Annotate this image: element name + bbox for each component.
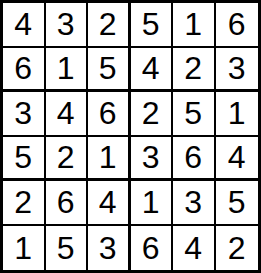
cell-r1c5[interactable]: 1	[173, 3, 216, 48]
cell-r6c1[interactable]: 1	[3, 226, 46, 271]
cell-r3c4[interactable]: 2	[131, 92, 174, 137]
cell-r3c3[interactable]: 6	[88, 92, 131, 137]
cell-r4c1[interactable]: 5	[3, 137, 46, 182]
cell-r1c1[interactable]: 4	[3, 3, 46, 48]
cell-r5c5[interactable]: 3	[173, 181, 216, 226]
cell-r5c1[interactable]: 2	[3, 181, 46, 226]
digit: 2	[99, 8, 117, 40]
cell-r3c5[interactable]: 5	[173, 92, 216, 137]
digit: 5	[228, 186, 246, 218]
digit: 1	[184, 8, 202, 40]
cell-r3c1[interactable]: 3	[3, 92, 46, 137]
digit: 4	[99, 186, 117, 218]
digit: 5	[184, 97, 202, 129]
digit: 3	[228, 52, 246, 84]
digit: 4	[184, 232, 202, 264]
cell-r3c6[interactable]: 1	[216, 92, 259, 137]
cell-r5c2[interactable]: 6	[46, 181, 89, 226]
digit: 6	[57, 186, 75, 218]
digit: 5	[99, 52, 117, 84]
digit: 4	[14, 8, 32, 40]
cell-r2c5[interactable]: 2	[173, 48, 216, 93]
cell-r1c4[interactable]: 5	[131, 3, 174, 48]
digit: 2	[57, 141, 75, 173]
cell-r4c3[interactable]: 1	[88, 137, 131, 182]
digit: 4	[57, 97, 75, 129]
digit: 1	[228, 97, 246, 129]
sudoku-board: 432516615423346251521364264135153642	[0, 0, 261, 273]
cell-r5c4[interactable]: 1	[131, 181, 174, 226]
digit: 1	[14, 232, 32, 264]
digit: 6	[14, 52, 32, 84]
digit: 6	[184, 141, 202, 173]
digit: 6	[228, 8, 246, 40]
digit: 4	[228, 141, 246, 173]
digit: 6	[99, 97, 117, 129]
cell-r2c2[interactable]: 1	[46, 48, 89, 93]
cell-r6c3[interactable]: 3	[88, 226, 131, 271]
digit: 2	[14, 186, 32, 218]
cell-r4c5[interactable]: 6	[173, 137, 216, 182]
digit: 2	[228, 232, 246, 264]
cell-r1c3[interactable]: 2	[88, 3, 131, 48]
digit: 3	[57, 8, 75, 40]
cell-r6c5[interactable]: 4	[173, 226, 216, 271]
digit: 5	[14, 141, 32, 173]
digit: 2	[184, 52, 202, 84]
digit: 2	[142, 97, 160, 129]
digit: 5	[57, 232, 75, 264]
cell-r6c4[interactable]: 6	[131, 226, 174, 271]
sudoku-page: 432516615423346251521364264135153642	[0, 0, 261, 273]
cell-r1c6[interactable]: 6	[216, 3, 259, 48]
digit: 3	[184, 186, 202, 218]
digit: 1	[142, 186, 160, 218]
cell-r4c6[interactable]: 4	[216, 137, 259, 182]
cell-r4c4[interactable]: 3	[131, 137, 174, 182]
cell-r2c1[interactable]: 6	[3, 48, 46, 93]
cell-r2c6[interactable]: 3	[216, 48, 259, 93]
cell-r2c3[interactable]: 5	[88, 48, 131, 93]
digit: 6	[142, 232, 160, 264]
cell-r5c6[interactable]: 5	[216, 181, 259, 226]
cell-r6c2[interactable]: 5	[46, 226, 89, 271]
digit: 3	[14, 97, 32, 129]
digit: 3	[99, 232, 117, 264]
digit: 5	[142, 8, 160, 40]
digit: 4	[142, 52, 160, 84]
cell-r2c4[interactable]: 4	[131, 48, 174, 93]
cell-r5c3[interactable]: 4	[88, 181, 131, 226]
digit: 1	[99, 141, 117, 173]
digit: 3	[142, 141, 160, 173]
digit: 1	[57, 52, 75, 84]
cell-r4c2[interactable]: 2	[46, 137, 89, 182]
cell-r3c2[interactable]: 4	[46, 92, 89, 137]
cell-r6c6[interactable]: 2	[216, 226, 259, 271]
cell-r1c2[interactable]: 3	[46, 3, 89, 48]
